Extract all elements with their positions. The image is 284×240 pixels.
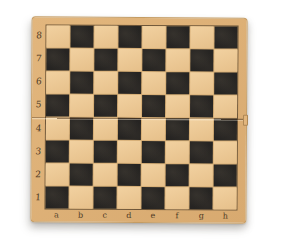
square-a8[interactable] [46,25,69,47]
square-c1[interactable] [93,187,116,209]
square-d2[interactable] [118,164,141,186]
square-c4[interactable] [94,118,117,140]
rank-label-6: 6 [31,71,46,94]
square-d8[interactable] [118,26,141,48]
square-h3[interactable] [214,141,237,163]
square-b3[interactable] [70,141,93,163]
square-e4[interactable] [142,118,165,140]
square-d7[interactable] [118,49,141,71]
square-f2[interactable] [166,164,189,186]
square-b5[interactable] [70,95,93,117]
file-label-h: h [213,212,237,220]
square-h1[interactable] [213,187,236,209]
square-e1[interactable] [141,187,164,209]
file-label-d: d [117,212,141,220]
square-d5[interactable] [118,95,141,117]
square-a4[interactable] [46,117,69,139]
square-c3[interactable] [94,141,117,163]
rank-label-7: 7 [31,47,46,70]
rank-label-5: 5 [31,94,46,117]
square-g8[interactable] [190,26,213,48]
square-g5[interactable] [190,95,213,117]
square-a5[interactable] [46,94,69,116]
square-f3[interactable] [166,141,189,163]
board-grid [44,24,238,210]
square-b4[interactable] [70,118,93,140]
square-g2[interactable] [190,164,213,186]
square-c5[interactable] [94,95,117,117]
square-b6[interactable] [70,72,93,94]
square-a2[interactable] [46,163,69,185]
rank-label-1: 1 [31,186,46,209]
square-d6[interactable] [118,72,141,94]
file-label-c: c [93,212,117,220]
square-e6[interactable] [142,72,165,94]
square-e3[interactable] [142,141,165,163]
photo-background: 87654321 abcdefgh [0,0,284,240]
square-g7[interactable] [190,49,213,71]
square-h6[interactable] [214,72,237,94]
square-b7[interactable] [70,49,93,71]
rank-label-2: 2 [31,163,46,186]
square-b2[interactable] [70,164,93,186]
square-e5[interactable] [142,95,165,117]
square-a7[interactable] [46,48,69,70]
square-d3[interactable] [118,141,141,163]
square-g1[interactable] [189,187,212,209]
square-f6[interactable] [166,72,189,94]
square-h2[interactable] [214,164,237,186]
square-h5[interactable] [214,95,237,117]
square-a3[interactable] [46,140,69,162]
rank-label-3: 3 [31,140,46,163]
square-e2[interactable] [142,164,165,186]
square-f8[interactable] [166,26,189,48]
rank-label-8: 8 [32,24,47,47]
square-a6[interactable] [46,71,69,93]
square-c6[interactable] [94,72,117,94]
square-g6[interactable] [190,72,213,94]
square-h7[interactable] [214,49,237,71]
square-f4[interactable] [166,118,189,140]
square-h4[interactable] [214,118,237,140]
square-f1[interactable] [165,187,188,209]
square-c7[interactable] [94,49,117,71]
file-label-b: b [69,212,93,220]
square-b8[interactable] [70,26,93,48]
square-g4[interactable] [190,118,213,140]
rank-labels: 87654321 [31,24,45,209]
square-f7[interactable] [166,49,189,71]
chessboard: 87654321 abcdefgh [30,16,247,223]
square-d4[interactable] [118,118,141,140]
square-h8[interactable] [214,26,237,48]
hinge-notch [243,115,248,126]
file-label-f: f [165,212,189,220]
square-a1[interactable] [45,186,68,208]
square-e7[interactable] [142,49,165,71]
square-c2[interactable] [94,164,117,186]
file-label-a: a [44,211,68,219]
file-label-g: g [189,212,213,220]
file-label-e: e [141,212,165,220]
rank-label-4: 4 [31,117,46,140]
square-e8[interactable] [142,26,165,48]
square-b1[interactable] [69,187,92,209]
file-labels: abcdefgh [44,209,237,222]
square-d1[interactable] [117,187,140,209]
square-g3[interactable] [190,141,213,163]
square-c8[interactable] [94,26,117,48]
square-f5[interactable] [166,95,189,117]
